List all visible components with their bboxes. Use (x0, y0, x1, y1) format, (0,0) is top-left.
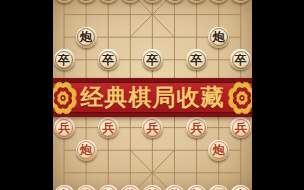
piece-label: 兵 (146, 121, 158, 133)
piece-label: 卒 (58, 53, 70, 65)
piece-label: 卒 (146, 53, 158, 65)
piece-label: 炮 (80, 144, 92, 156)
piece-label: 卒 (235, 53, 247, 65)
piece-label: 兵 (235, 121, 247, 133)
piece-label: 馬 (213, 189, 225, 190)
banner-title: 经典棋局收藏 (53, 78, 252, 117)
piece-label: 炮 (80, 31, 92, 43)
piece-red-cannon[interactable]: 炮 (76, 140, 97, 161)
title-banner: 经典棋局收藏 (53, 78, 252, 117)
piece-black-cannon[interactable]: 炮 (76, 27, 97, 48)
piece-label: 兵 (58, 121, 70, 133)
piece-label: 仕 (169, 189, 181, 190)
piece-label: 兵 (191, 121, 203, 133)
piece-label: 炮 (213, 31, 225, 43)
piece-red-soldier[interactable]: 兵 (54, 117, 75, 138)
piece-red-soldier[interactable]: 兵 (98, 117, 119, 138)
piece-black-soldier[interactable]: 卒 (98, 49, 119, 70)
piece-label: 卒 (191, 53, 203, 65)
piece-red-cannon[interactable]: 炮 (208, 140, 229, 161)
piece-black-cannon[interactable]: 炮 (208, 27, 229, 48)
piece-label: 相 (102, 189, 114, 190)
piece-label: 兵 (102, 121, 114, 133)
letterbox-left (0, 0, 53, 190)
letterbox-right (252, 0, 304, 190)
piece-label: 炮 (213, 144, 225, 156)
piece-red-soldier[interactable]: 兵 (142, 117, 163, 138)
piece-label: 仕 (124, 189, 136, 190)
piece-label: 帥 (146, 189, 158, 190)
piece-black-soldier[interactable]: 卒 (54, 49, 75, 70)
piece-label: 車 (235, 189, 247, 190)
piece-label: 車 (58, 189, 70, 190)
piece-label: 馬 (80, 189, 92, 190)
piece-label: 卒 (102, 53, 114, 65)
piece-label: 相 (191, 189, 203, 190)
video-frame: 車馬象士將士象馬車炮炮卒卒卒卒卒兵兵兵兵兵炮炮車馬相仕帥仕相馬車 经典棋局收 (0, 0, 304, 190)
